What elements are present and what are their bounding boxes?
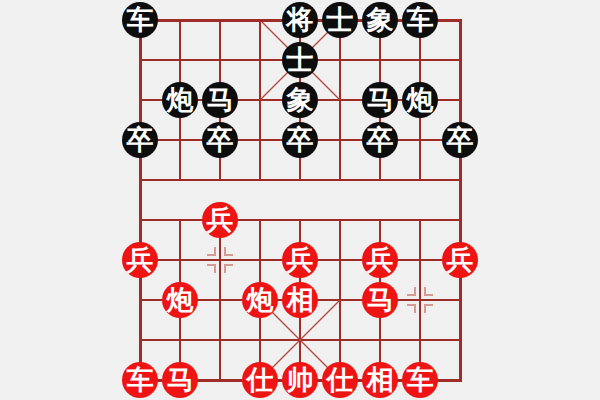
piece-red-horse[interactable]: 马: [162, 362, 198, 398]
piece-red-cannon[interactable]: 炮: [242, 282, 278, 318]
piece-black-cannon[interactable]: 炮: [402, 82, 438, 118]
piece-red-soldier[interactable]: 兵: [442, 242, 478, 278]
piece-red-chariot[interactable]: 车: [122, 362, 158, 398]
last-move-marker: [407, 287, 433, 313]
piece-black-horse[interactable]: 马: [362, 82, 398, 118]
piece-red-elephant[interactable]: 相: [282, 282, 318, 318]
piece-red-horse[interactable]: 马: [362, 282, 398, 318]
piece-black-elephant[interactable]: 象: [282, 82, 318, 118]
piece-black-horse[interactable]: 马: [202, 82, 238, 118]
piece-red-elephant[interactable]: 相: [362, 362, 398, 398]
piece-red-soldier[interactable]: 兵: [202, 202, 238, 238]
piece-black-cannon[interactable]: 炮: [162, 82, 198, 118]
piece-black-chariot[interactable]: 车: [402, 2, 438, 38]
piece-black-advisor[interactable]: 士: [282, 42, 318, 78]
piece-black-soldier[interactable]: 卒: [122, 122, 158, 158]
piece-black-soldier[interactable]: 卒: [202, 122, 238, 158]
piece-black-soldier[interactable]: 卒: [282, 122, 318, 158]
piece-red-chariot[interactable]: 车: [402, 362, 438, 398]
piece-red-general[interactable]: 帅: [282, 362, 318, 398]
piece-black-chariot[interactable]: 车: [122, 2, 158, 38]
piece-red-soldier[interactable]: 兵: [282, 242, 318, 278]
piece-red-soldier[interactable]: 兵: [122, 242, 158, 278]
piece-black-soldier[interactable]: 卒: [362, 122, 398, 158]
piece-red-advisor[interactable]: 仕: [322, 362, 358, 398]
piece-black-general[interactable]: 将: [282, 2, 318, 38]
last-move-marker: [207, 247, 233, 273]
piece-black-elephant[interactable]: 象: [362, 2, 398, 38]
piece-red-cannon[interactable]: 炮: [162, 282, 198, 318]
xiangqi-board[interactable]: 车将士象车士炮马象马炮卒卒卒卒卒兵兵兵兵兵炮炮相马车马仕帅仕相车: [0, 0, 600, 400]
piece-black-soldier[interactable]: 卒: [442, 122, 478, 158]
piece-red-soldier[interactable]: 兵: [362, 242, 398, 278]
piece-black-advisor[interactable]: 士: [322, 2, 358, 38]
piece-red-advisor[interactable]: 仕: [242, 362, 278, 398]
